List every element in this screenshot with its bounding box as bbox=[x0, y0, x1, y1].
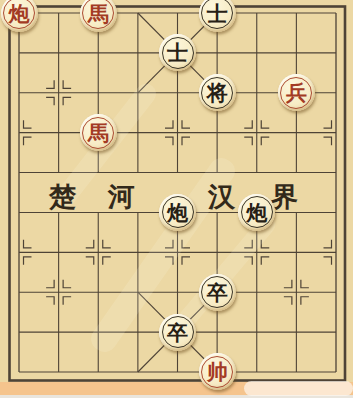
piece-character: 卒 bbox=[159, 314, 196, 351]
xiangqi-board-screen: 楚河 汉界 炮馬士士将兵馬炮炮卒卒帅 bbox=[0, 0, 353, 398]
piece-character: 炮 bbox=[238, 194, 275, 231]
piece-red-horse[interactable]: 馬 bbox=[80, 0, 117, 32]
piece-character: 馬 bbox=[80, 114, 117, 151]
piece-black-soldier[interactable]: 卒 bbox=[199, 274, 236, 311]
piece-black-cannon[interactable]: 炮 bbox=[238, 194, 275, 231]
piece-black-soldier[interactable]: 卒 bbox=[159, 314, 196, 351]
piece-red-horse[interactable]: 馬 bbox=[80, 114, 117, 151]
piece-red-general[interactable]: 帅 bbox=[199, 353, 236, 390]
piece-red-cannon[interactable]: 炮 bbox=[1, 0, 38, 32]
piece-character: 帅 bbox=[199, 353, 236, 390]
piece-character: 兵 bbox=[278, 74, 315, 111]
piece-character: 炮 bbox=[159, 194, 196, 231]
piece-character: 卒 bbox=[199, 274, 236, 311]
piece-grid: 炮馬士士将兵馬炮炮卒卒帅 bbox=[0, 0, 353, 392]
piece-black-general[interactable]: 将 bbox=[199, 74, 236, 111]
piece-red-soldier[interactable]: 兵 bbox=[278, 74, 315, 111]
piece-character: 士 bbox=[159, 34, 196, 71]
piece-black-cannon[interactable]: 炮 bbox=[159, 194, 196, 231]
piece-character: 士 bbox=[199, 0, 236, 32]
piece-black-advisor[interactable]: 士 bbox=[199, 0, 236, 32]
piece-character: 将 bbox=[199, 74, 236, 111]
piece-character: 炮 bbox=[1, 0, 38, 32]
piece-black-advisor[interactable]: 士 bbox=[159, 34, 196, 71]
piece-character: 馬 bbox=[80, 0, 117, 32]
